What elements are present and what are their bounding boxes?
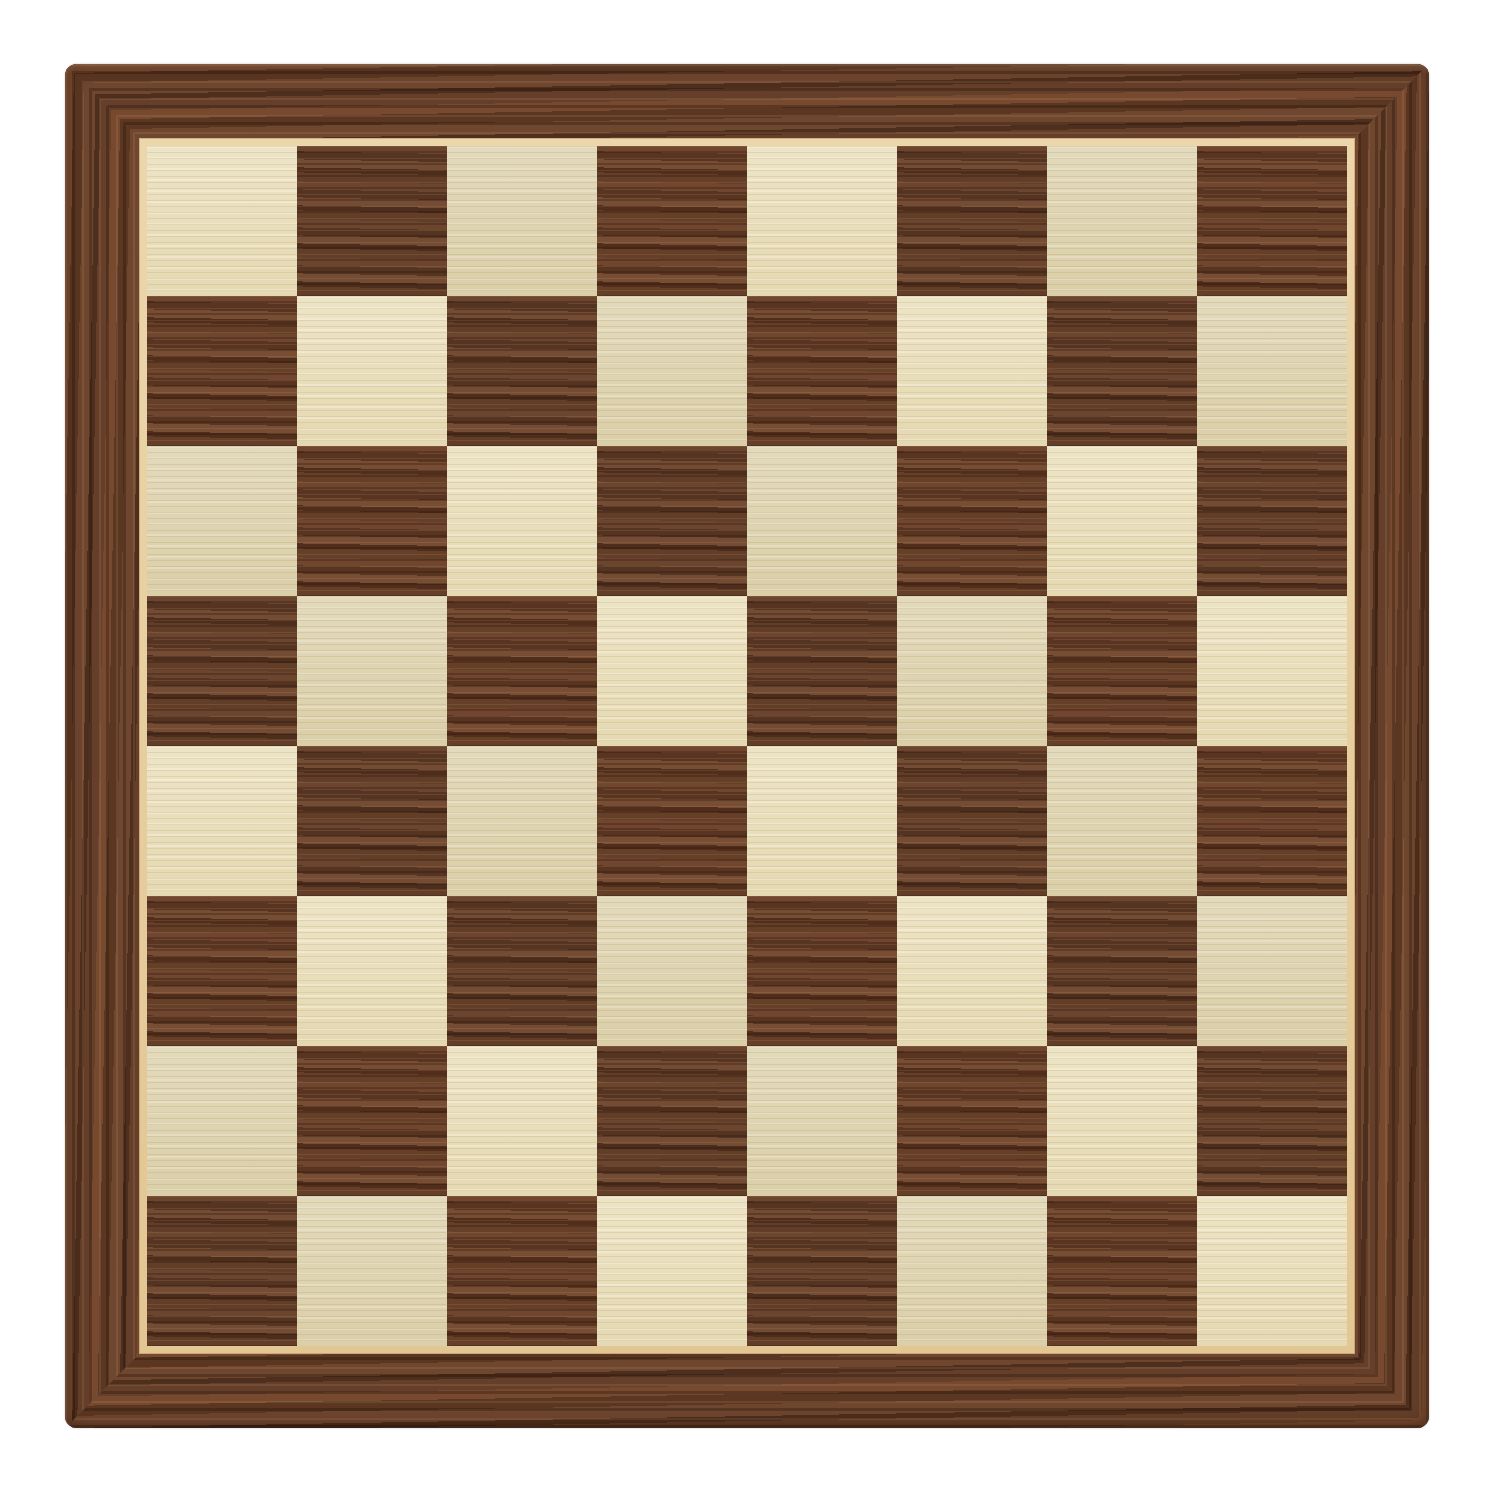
square-e1: [747, 1196, 897, 1346]
square-d4: [597, 746, 747, 896]
square-h5: [1197, 596, 1347, 746]
square-g2: [1047, 1046, 1197, 1196]
square-b6: [297, 446, 447, 596]
square-e6: [747, 446, 897, 596]
square-d1: [597, 1196, 747, 1346]
square-h7: [1197, 296, 1347, 446]
square-f6: [897, 446, 1047, 596]
square-h3: [1197, 896, 1347, 1046]
square-a7: [147, 296, 297, 446]
square-a4: [147, 746, 297, 896]
page-background: [0, 0, 1500, 1500]
square-b3: [297, 896, 447, 1046]
board-grid: [147, 146, 1347, 1346]
square-f1: [897, 1196, 1047, 1346]
square-c5: [447, 596, 597, 746]
square-d8: [597, 146, 747, 296]
square-f3: [897, 896, 1047, 1046]
square-e7: [747, 296, 897, 446]
square-e3: [747, 896, 897, 1046]
board-frame-right: [1351, 64, 1429, 1428]
square-d7: [597, 296, 747, 446]
square-h2: [1197, 1046, 1347, 1196]
square-b2: [297, 1046, 447, 1196]
square-e4: [747, 746, 897, 896]
square-g4: [1047, 746, 1197, 896]
square-h1: [1197, 1196, 1347, 1346]
square-a2: [147, 1046, 297, 1196]
square-h6: [1197, 446, 1347, 596]
square-g1: [1047, 1196, 1197, 1346]
square-c8: [447, 146, 597, 296]
square-f8: [897, 146, 1047, 296]
square-b1: [297, 1196, 447, 1346]
square-d5: [597, 596, 747, 746]
square-d3: [597, 896, 747, 1046]
square-a3: [147, 896, 297, 1046]
chess-board: [65, 64, 1429, 1428]
square-g3: [1047, 896, 1197, 1046]
square-c2: [447, 1046, 597, 1196]
square-h8: [1197, 146, 1347, 296]
square-g7: [1047, 296, 1197, 446]
square-a1: [147, 1196, 297, 1346]
square-c4: [447, 746, 597, 896]
square-d6: [597, 446, 747, 596]
square-b7: [297, 296, 447, 446]
square-g5: [1047, 596, 1197, 746]
square-g8: [1047, 146, 1197, 296]
square-e5: [747, 596, 897, 746]
board-frame-left: [65, 64, 143, 1428]
square-b4: [297, 746, 447, 896]
square-d2: [597, 1046, 747, 1196]
board-frame-top: [65, 64, 1429, 142]
square-a5: [147, 596, 297, 746]
square-b5: [297, 596, 447, 746]
square-f5: [897, 596, 1047, 746]
square-c7: [447, 296, 597, 446]
square-h4: [1197, 746, 1347, 896]
square-a6: [147, 446, 297, 596]
board-frame-bottom: [65, 1350, 1429, 1428]
square-c6: [447, 446, 597, 596]
square-f7: [897, 296, 1047, 446]
square-c3: [447, 896, 597, 1046]
square-e2: [747, 1046, 897, 1196]
square-f4: [897, 746, 1047, 896]
square-g6: [1047, 446, 1197, 596]
square-f2: [897, 1046, 1047, 1196]
square-e8: [747, 146, 897, 296]
square-b8: [297, 146, 447, 296]
square-c1: [447, 1196, 597, 1346]
square-a8: [147, 146, 297, 296]
